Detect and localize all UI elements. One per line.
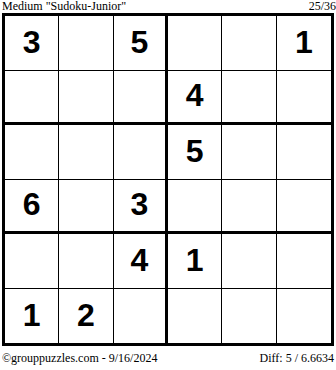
cell-r3c5[interactable] [222, 125, 276, 180]
copyright-text: ©grouppuzzles.com - 9/16/2024 [2, 352, 157, 365]
difficulty-text: Diff: 5 / 6.6634 [260, 352, 334, 365]
given-digit: 6 [23, 188, 41, 220]
cell-r1c6[interactable]: 1 [277, 16, 331, 71]
footer: ©grouppuzzles.com - 9/16/2024 Diff: 5 / … [2, 352, 334, 365]
cell-r6c5[interactable] [222, 289, 276, 344]
given-digit: 4 [130, 244, 148, 276]
cell-r1c3[interactable]: 5 [114, 16, 168, 71]
cell-r1c4[interactable] [168, 16, 222, 71]
cell-r3c4[interactable]: 5 [168, 125, 222, 180]
cell-r2c2[interactable] [59, 71, 113, 126]
cell-r5c6[interactable] [277, 234, 331, 289]
cell-r2c3[interactable] [114, 71, 168, 126]
given-digit: 1 [186, 244, 204, 276]
cell-r6c2[interactable]: 2 [59, 289, 113, 344]
given-digit: 1 [295, 26, 313, 58]
cell-r6c1[interactable]: 1 [5, 289, 59, 344]
cell-r6c6[interactable] [277, 289, 331, 344]
cell-r2c1[interactable] [5, 71, 59, 126]
cells-remaining-counter: 25/36 [309, 0, 336, 13]
cell-r3c3[interactable] [114, 125, 168, 180]
cell-r5c2[interactable] [59, 234, 113, 289]
cell-r2c6[interactable] [277, 71, 331, 126]
given-digit: 5 [186, 135, 204, 167]
cell-r1c2[interactable] [59, 16, 113, 71]
cell-r3c2[interactable] [59, 125, 113, 180]
cell-r5c5[interactable] [222, 234, 276, 289]
puzzle-page: Medium "Sudoku-Junior" 25/36 35145634112… [0, 0, 336, 370]
given-digit: 2 [77, 299, 95, 331]
cell-r4c2[interactable] [59, 180, 113, 235]
given-digit: 1 [23, 299, 41, 331]
cell-r5c1[interactable] [5, 234, 59, 289]
given-digit: 3 [23, 26, 41, 58]
cell-r4c1[interactable]: 6 [5, 180, 59, 235]
puzzle-title: Medium "Sudoku-Junior" [2, 0, 126, 13]
cell-r2c4[interactable]: 4 [168, 71, 222, 126]
cell-r1c5[interactable] [222, 16, 276, 71]
cell-r2c5[interactable] [222, 71, 276, 126]
cell-r5c3[interactable]: 4 [114, 234, 168, 289]
cell-r6c3[interactable] [114, 289, 168, 344]
given-digit: 5 [130, 26, 148, 58]
cell-r5c4[interactable]: 1 [168, 234, 222, 289]
given-digit: 4 [186, 79, 204, 111]
cell-r6c4[interactable] [168, 289, 222, 344]
cell-r4c3[interactable]: 3 [114, 180, 168, 235]
sudoku-board: 35145634112 [2, 13, 334, 346]
cell-r3c6[interactable] [277, 125, 331, 180]
cell-r1c1[interactable]: 3 [5, 16, 59, 71]
header: Medium "Sudoku-Junior" 25/36 [2, 0, 336, 13]
cell-r4c4[interactable] [168, 180, 222, 235]
cell-r3c1[interactable] [5, 125, 59, 180]
given-digit: 3 [130, 188, 148, 220]
cell-r4c5[interactable] [222, 180, 276, 235]
cell-r4c6[interactable] [277, 180, 331, 235]
